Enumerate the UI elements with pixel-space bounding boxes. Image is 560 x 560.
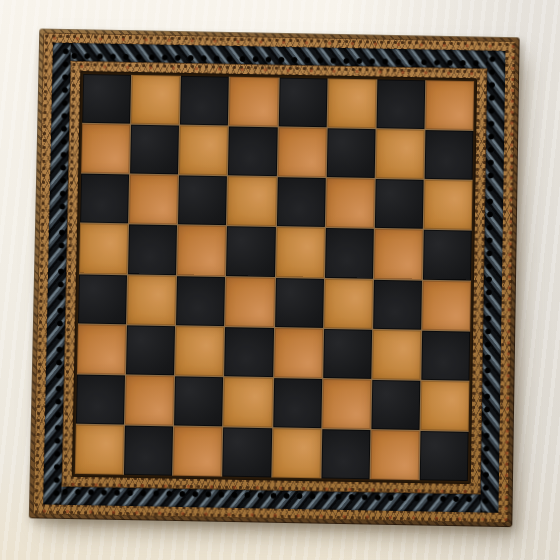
square-b5[interactable] bbox=[128, 225, 177, 275]
square-h5[interactable] bbox=[423, 230, 472, 280]
square-d1[interactable] bbox=[223, 427, 272, 477]
square-e3[interactable] bbox=[274, 328, 323, 378]
square-e7[interactable] bbox=[277, 127, 326, 177]
square-e2[interactable] bbox=[273, 378, 322, 428]
square-f1[interactable] bbox=[321, 429, 370, 479]
square-b8[interactable] bbox=[131, 75, 180, 125]
square-h2[interactable] bbox=[420, 381, 469, 431]
square-g6[interactable] bbox=[375, 179, 424, 229]
square-c4[interactable] bbox=[176, 276, 225, 326]
square-b7[interactable] bbox=[130, 125, 179, 175]
table-surface-background bbox=[0, 0, 560, 560]
square-c6[interactable] bbox=[178, 176, 227, 226]
square-a2[interactable] bbox=[76, 374, 125, 424]
square-d2[interactable] bbox=[224, 377, 273, 427]
square-g1[interactable] bbox=[370, 430, 419, 480]
square-f7[interactable] bbox=[326, 128, 375, 178]
square-e5[interactable] bbox=[276, 227, 325, 277]
square-h6[interactable] bbox=[424, 180, 473, 230]
square-h4[interactable] bbox=[422, 280, 471, 330]
square-c8[interactable] bbox=[180, 76, 229, 126]
square-h3[interactable] bbox=[421, 330, 470, 380]
square-b2[interactable] bbox=[125, 375, 174, 425]
square-b3[interactable] bbox=[126, 325, 175, 375]
square-e6[interactable] bbox=[276, 177, 325, 227]
square-c1[interactable] bbox=[173, 426, 222, 476]
square-d8[interactable] bbox=[229, 77, 278, 127]
square-c7[interactable] bbox=[179, 126, 228, 176]
square-b1[interactable] bbox=[124, 425, 173, 475]
square-b6[interactable] bbox=[129, 175, 178, 225]
square-a4[interactable] bbox=[78, 274, 127, 324]
square-e4[interactable] bbox=[275, 278, 324, 328]
square-d4[interactable] bbox=[225, 277, 274, 327]
square-g8[interactable] bbox=[376, 79, 425, 129]
square-e1[interactable] bbox=[272, 428, 321, 478]
square-g5[interactable] bbox=[374, 229, 423, 279]
square-f5[interactable] bbox=[325, 228, 374, 278]
square-g7[interactable] bbox=[375, 129, 424, 179]
square-f6[interactable] bbox=[326, 178, 375, 228]
square-f2[interactable] bbox=[322, 379, 371, 429]
square-d3[interactable] bbox=[224, 327, 273, 377]
square-c3[interactable] bbox=[175, 326, 224, 376]
square-g4[interactable] bbox=[373, 279, 422, 329]
square-f4[interactable] bbox=[324, 278, 373, 328]
square-h1[interactable] bbox=[420, 431, 469, 481]
square-g3[interactable] bbox=[372, 329, 421, 379]
square-d7[interactable] bbox=[228, 127, 277, 177]
square-a3[interactable] bbox=[77, 324, 126, 374]
square-a5[interactable] bbox=[79, 224, 128, 274]
square-a6[interactable] bbox=[80, 174, 129, 224]
square-a7[interactable] bbox=[81, 124, 130, 174]
square-g2[interactable] bbox=[371, 380, 420, 430]
square-f8[interactable] bbox=[327, 79, 376, 129]
chess-board bbox=[29, 28, 520, 527]
square-h8[interactable] bbox=[425, 80, 474, 130]
square-d5[interactable] bbox=[226, 227, 275, 277]
square-c5[interactable] bbox=[177, 226, 226, 276]
square-c2[interactable] bbox=[174, 376, 223, 426]
square-d6[interactable] bbox=[227, 177, 276, 227]
square-b4[interactable] bbox=[127, 275, 176, 325]
square-a8[interactable] bbox=[82, 74, 131, 124]
square-f3[interactable] bbox=[323, 329, 372, 379]
square-a1[interactable] bbox=[75, 425, 124, 475]
square-e8[interactable] bbox=[278, 78, 327, 128]
square-h7[interactable] bbox=[424, 130, 473, 180]
board-grid bbox=[75, 74, 474, 481]
